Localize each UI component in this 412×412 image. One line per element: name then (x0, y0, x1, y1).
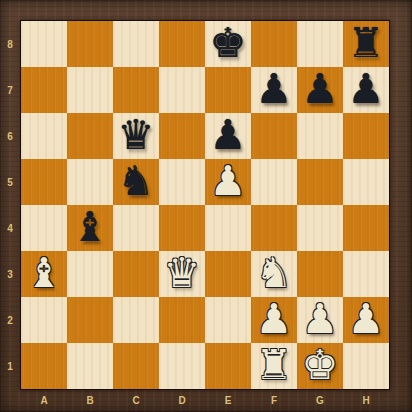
square-a2[interactable] (21, 297, 67, 343)
square-b4[interactable]: ♝ (67, 205, 113, 251)
square-c8[interactable] (113, 21, 159, 67)
white-pawn-e5[interactable]: ♟ (210, 161, 247, 202)
square-a7[interactable] (21, 67, 67, 113)
file-label-h: H (343, 389, 389, 412)
square-b5[interactable] (67, 159, 113, 205)
square-d1[interactable] (159, 343, 205, 389)
white-queen-d3[interactable]: ♛ (164, 253, 201, 294)
square-e1[interactable] (205, 343, 251, 389)
square-b2[interactable] (67, 297, 113, 343)
square-e5[interactable]: ♟ (205, 159, 251, 205)
rank-label-6: 6 (0, 113, 20, 159)
square-b8[interactable] (67, 21, 113, 67)
square-f4[interactable] (251, 205, 297, 251)
square-g2[interactable]: ♟ (297, 297, 343, 343)
square-b7[interactable] (67, 67, 113, 113)
square-f3[interactable]: ♞ (251, 251, 297, 297)
square-a1[interactable] (21, 343, 67, 389)
white-bishop-a3[interactable]: ♝ (26, 253, 63, 294)
square-g8[interactable] (297, 21, 343, 67)
black-rook-h8[interactable]: ♜ (348, 23, 385, 64)
square-c4[interactable] (113, 205, 159, 251)
black-bishop-b4[interactable]: ♝ (72, 207, 109, 248)
square-f7[interactable]: ♟ (251, 67, 297, 113)
file-label-g: G (297, 389, 343, 412)
black-pawn-g7[interactable]: ♟ (302, 69, 339, 110)
square-f6[interactable] (251, 113, 297, 159)
square-a8[interactable] (21, 21, 67, 67)
rank-label-7: 7 (0, 67, 20, 113)
square-g3[interactable] (297, 251, 343, 297)
white-pawn-h2[interactable]: ♟ (348, 299, 385, 340)
black-pawn-h7[interactable]: ♟ (348, 69, 385, 110)
square-e8[interactable]: ♚ (205, 21, 251, 67)
white-pawn-f2[interactable]: ♟ (256, 299, 293, 340)
square-b6[interactable] (67, 113, 113, 159)
square-e7[interactable] (205, 67, 251, 113)
square-b3[interactable] (67, 251, 113, 297)
square-e6[interactable]: ♟ (205, 113, 251, 159)
rank-label-8: 8 (0, 21, 20, 67)
square-h6[interactable] (343, 113, 389, 159)
file-label-e: E (205, 389, 251, 412)
square-a6[interactable] (21, 113, 67, 159)
square-h1[interactable] (343, 343, 389, 389)
square-c5[interactable]: ♞ (113, 159, 159, 205)
square-a5[interactable] (21, 159, 67, 205)
square-h7[interactable]: ♟ (343, 67, 389, 113)
square-c1[interactable] (113, 343, 159, 389)
square-f5[interactable] (251, 159, 297, 205)
square-h2[interactable]: ♟ (343, 297, 389, 343)
square-h5[interactable] (343, 159, 389, 205)
square-d3[interactable]: ♛ (159, 251, 205, 297)
chess-board: ♚♜♟♟♟♛♟♞♟♝♝♛♞♟♟♟♜♚ (20, 20, 390, 390)
square-a4[interactable] (21, 205, 67, 251)
white-king-g1[interactable]: ♚ (302, 345, 339, 386)
file-label-a: A (21, 389, 67, 412)
black-king-e8[interactable]: ♚ (210, 23, 247, 64)
square-d6[interactable] (159, 113, 205, 159)
square-c7[interactable] (113, 67, 159, 113)
black-knight-c5[interactable]: ♞ (118, 161, 155, 202)
black-pawn-f7[interactable]: ♟ (256, 69, 293, 110)
square-c3[interactable] (113, 251, 159, 297)
square-g4[interactable] (297, 205, 343, 251)
square-g7[interactable]: ♟ (297, 67, 343, 113)
file-label-c: C (113, 389, 159, 412)
rank-label-5: 5 (0, 159, 20, 205)
square-h3[interactable] (343, 251, 389, 297)
file-label-b: B (67, 389, 113, 412)
file-label-f: F (251, 389, 297, 412)
square-e3[interactable] (205, 251, 251, 297)
square-a3[interactable]: ♝ (21, 251, 67, 297)
square-d8[interactable] (159, 21, 205, 67)
square-d7[interactable] (159, 67, 205, 113)
square-d4[interactable] (159, 205, 205, 251)
square-g5[interactable] (297, 159, 343, 205)
square-h4[interactable] (343, 205, 389, 251)
square-d2[interactable] (159, 297, 205, 343)
square-g6[interactable] (297, 113, 343, 159)
square-b1[interactable] (67, 343, 113, 389)
black-pawn-e6[interactable]: ♟ (210, 115, 247, 156)
square-g1[interactable]: ♚ (297, 343, 343, 389)
square-f2[interactable]: ♟ (251, 297, 297, 343)
square-e2[interactable] (205, 297, 251, 343)
square-f1[interactable]: ♜ (251, 343, 297, 389)
square-c2[interactable] (113, 297, 159, 343)
white-knight-f3[interactable]: ♞ (256, 253, 293, 294)
white-pawn-g2[interactable]: ♟ (302, 299, 339, 340)
square-c6[interactable]: ♛ (113, 113, 159, 159)
file-label-d: D (159, 389, 205, 412)
square-f8[interactable] (251, 21, 297, 67)
square-h8[interactable]: ♜ (343, 21, 389, 67)
rank-label-1: 1 (0, 343, 20, 389)
chess-board-frame: ♚♜♟♟♟♛♟♞♟♝♝♛♞♟♟♟♜♚ 87654321 ABCDEFGH (0, 0, 412, 412)
black-queen-c6[interactable]: ♛ (118, 115, 155, 156)
square-d5[interactable] (159, 159, 205, 205)
square-e4[interactable] (205, 205, 251, 251)
rank-label-2: 2 (0, 297, 20, 343)
white-rook-f1[interactable]: ♜ (256, 345, 293, 386)
rank-label-3: 3 (0, 251, 20, 297)
rank-label-4: 4 (0, 205, 20, 251)
